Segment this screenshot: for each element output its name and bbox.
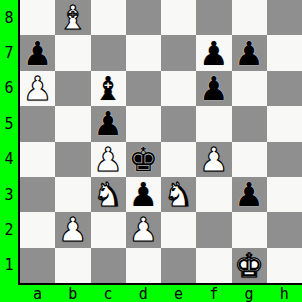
file-label-b: b: [55, 285, 90, 302]
square-c7[interactable]: [91, 35, 126, 70]
square-a8[interactable]: [20, 0, 55, 35]
piece-black-pawn[interactable]: ♟: [234, 177, 264, 212]
square-e8[interactable]: [161, 0, 196, 35]
square-f7[interactable]: ♟: [196, 35, 231, 70]
square-a1[interactable]: [20, 248, 55, 283]
file-label-f: f: [196, 285, 231, 302]
square-b6[interactable]: [55, 71, 90, 106]
rank-label-6: 6: [0, 71, 18, 106]
square-c4[interactable]: ♟: [91, 142, 126, 177]
piece-black-pawn[interactable]: ♟: [234, 36, 264, 71]
piece-white-pawn[interactable]: ♟: [58, 212, 88, 247]
file-label-c: c: [91, 285, 126, 302]
square-a5[interactable]: [20, 106, 55, 141]
square-b8[interactable]: ♝: [55, 0, 90, 35]
square-g1[interactable]: ♚: [232, 248, 267, 283]
square-c8[interactable]: [91, 0, 126, 35]
square-e7[interactable]: [161, 35, 196, 70]
square-f2[interactable]: [196, 212, 231, 247]
square-c2[interactable]: [91, 212, 126, 247]
file-label-g: g: [232, 285, 267, 302]
square-h7[interactable]: [267, 35, 302, 70]
square-d8[interactable]: [126, 0, 161, 35]
rank-label-3: 3: [0, 177, 18, 212]
square-e6[interactable]: [161, 71, 196, 106]
square-b4[interactable]: [55, 142, 90, 177]
square-c5[interactable]: ♟: [91, 106, 126, 141]
square-d6[interactable]: [126, 71, 161, 106]
piece-white-pawn[interactable]: ♟: [129, 212, 159, 247]
piece-black-pawn[interactable]: ♟: [93, 106, 123, 141]
square-d5[interactable]: [126, 106, 161, 141]
square-h5[interactable]: [267, 106, 302, 141]
square-b2[interactable]: ♟: [55, 212, 90, 247]
square-f8[interactable]: [196, 0, 231, 35]
square-a4[interactable]: [20, 142, 55, 177]
piece-white-king[interactable]: ♚: [234, 248, 264, 283]
square-e5[interactable]: [161, 106, 196, 141]
square-c3[interactable]: ♞: [91, 177, 126, 212]
file-label-h: h: [267, 285, 302, 302]
square-f4[interactable]: ♟: [196, 142, 231, 177]
square-g2[interactable]: [232, 212, 267, 247]
square-a2[interactable]: [20, 212, 55, 247]
piece-black-pawn[interactable]: ♟: [23, 36, 53, 71]
square-d2[interactable]: ♟: [126, 212, 161, 247]
square-g3[interactable]: ♟: [232, 177, 267, 212]
square-d3[interactable]: ♟: [126, 177, 161, 212]
piece-white-knight[interactable]: ♞: [164, 177, 194, 212]
square-e1[interactable]: [161, 248, 196, 283]
piece-black-pawn[interactable]: ♟: [199, 36, 229, 71]
square-c1[interactable]: [91, 248, 126, 283]
board: ♝♟♟♟♟♝♟♟♟♚♟♞♟♞♟♟♟♚: [18, 0, 302, 285]
square-a7[interactable]: ♟: [20, 35, 55, 70]
piece-white-knight[interactable]: ♞: [93, 177, 123, 212]
square-b1[interactable]: [55, 248, 90, 283]
square-h8[interactable]: [267, 0, 302, 35]
square-d1[interactable]: [126, 248, 161, 283]
square-g6[interactable]: [232, 71, 267, 106]
square-g8[interactable]: [232, 0, 267, 35]
rank-label-1: 1: [0, 248, 18, 283]
square-h4[interactable]: [267, 142, 302, 177]
square-h3[interactable]: [267, 177, 302, 212]
piece-white-pawn[interactable]: ♟: [199, 142, 229, 177]
square-g4[interactable]: [232, 142, 267, 177]
square-a6[interactable]: ♟: [20, 71, 55, 106]
piece-black-king[interactable]: ♚: [129, 142, 159, 177]
square-e3[interactable]: ♞: [161, 177, 196, 212]
rank-label-7: 7: [0, 35, 18, 70]
square-g7[interactable]: ♟: [232, 35, 267, 70]
square-a3[interactable]: [20, 177, 55, 212]
piece-black-pawn[interactable]: ♟: [199, 71, 229, 106]
square-d4[interactable]: ♚: [126, 142, 161, 177]
piece-white-pawn[interactable]: ♟: [93, 142, 123, 177]
file-label-d: d: [126, 285, 161, 302]
file-label-a: a: [20, 285, 55, 302]
square-f5[interactable]: [196, 106, 231, 141]
square-h6[interactable]: [267, 71, 302, 106]
square-f1[interactable]: [196, 248, 231, 283]
piece-white-bishop[interactable]: ♝: [58, 0, 88, 35]
rank-label-8: 8: [0, 0, 18, 35]
piece-white-pawn[interactable]: ♟: [23, 71, 53, 106]
rank-label-4: 4: [0, 142, 18, 177]
square-b3[interactable]: [55, 177, 90, 212]
square-g5[interactable]: [232, 106, 267, 141]
square-e2[interactable]: [161, 212, 196, 247]
file-label-e: e: [161, 285, 196, 302]
square-d7[interactable]: [126, 35, 161, 70]
square-e4[interactable]: [161, 142, 196, 177]
rank-label-2: 2: [0, 212, 18, 247]
square-c6[interactable]: ♝: [91, 71, 126, 106]
square-h2[interactable]: [267, 212, 302, 247]
square-h1[interactable]: [267, 248, 302, 283]
chess-app-window: 87654321 ♝♟♟♟♟♝♟♟♟♚♟♞♟♞♟♟♟♚ abcdefgh: [0, 0, 302, 302]
square-b5[interactable]: [55, 106, 90, 141]
piece-black-pawn[interactable]: ♟: [129, 177, 159, 212]
square-b7[interactable]: [55, 35, 90, 70]
piece-black-bishop[interactable]: ♝: [93, 71, 123, 106]
square-f6[interactable]: ♟: [196, 71, 231, 106]
rank-label-5: 5: [0, 106, 18, 141]
square-f3[interactable]: [196, 177, 231, 212]
